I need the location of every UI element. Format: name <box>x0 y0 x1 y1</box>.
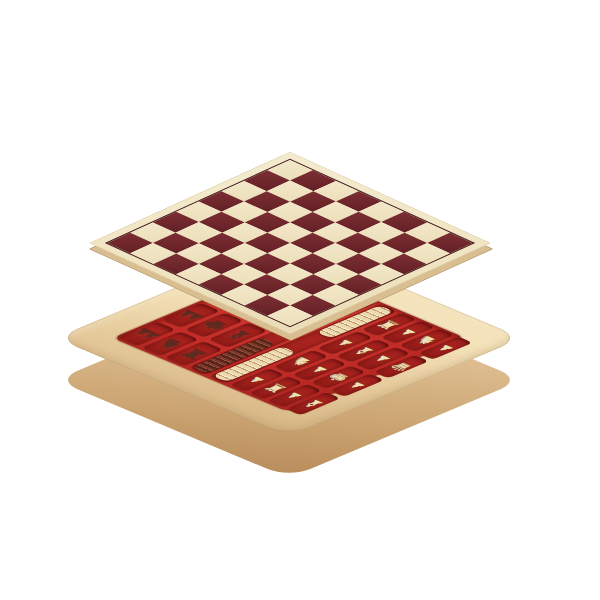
light-pawn: ♟ <box>333 338 356 348</box>
light-pawn: ♟ <box>308 365 331 375</box>
light-pawn: ♟ <box>245 375 268 385</box>
light-pawn: ♟ <box>396 328 419 338</box>
light-pawn: ♟ <box>283 391 306 401</box>
light-pawn: ♟ <box>346 380 369 390</box>
light-pawn: ♟ <box>434 343 457 353</box>
product-photo: ♟♟♞♜♟♟♝♛♟♟♚♝♟♟♞♜ ♜♟♞♟♟♝♟♛♞♟♚♟♟♜♟♝ <box>0 0 600 600</box>
light-pawn: ♟ <box>371 354 394 364</box>
